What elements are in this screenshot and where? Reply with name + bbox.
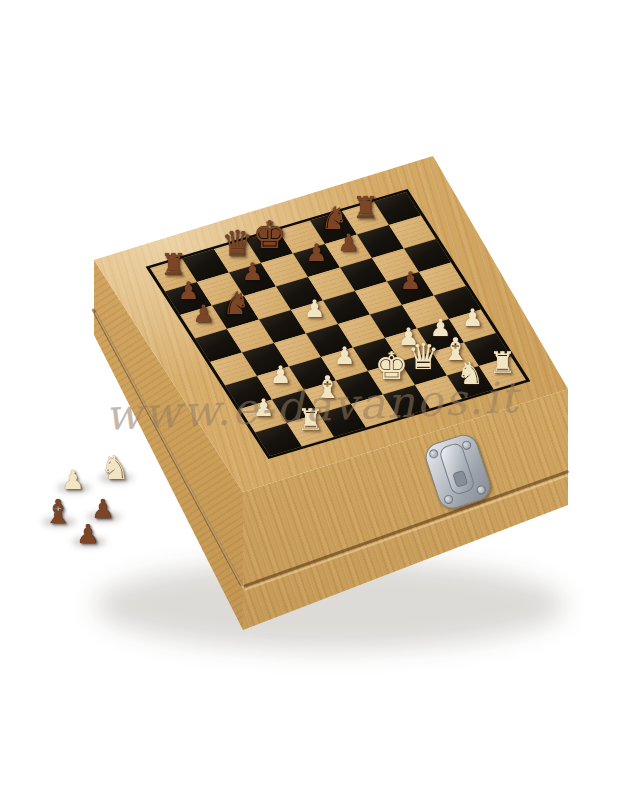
captured-piece-shadow <box>99 473 133 483</box>
captured-piece-shadow <box>72 537 106 547</box>
captured-piece-shadow <box>87 512 121 522</box>
product-photo-chess-box: ♜♛♚♞♜♟♟♟♟♟♞♟♟♟♟♟♟♟♟♝♚♛♝♜♞♜ ♟♞♝♟♟ www.e-d… <box>0 0 625 794</box>
captured-piece-shadow <box>57 483 91 493</box>
captured-piece-shadow <box>42 517 76 527</box>
